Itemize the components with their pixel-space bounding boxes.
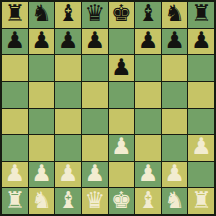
black-pawn-piece: ♟ — [111, 56, 132, 79]
square-a8[interactable]: ♜ — [2, 2, 28, 28]
white-bishop-piece: ♝ — [58, 189, 79, 212]
square-e1[interactable]: ♚ — [109, 188, 135, 214]
square-d7[interactable]: ♟ — [82, 29, 108, 55]
white-pawn-piece: ♟ — [58, 162, 79, 185]
black-pawn-piece: ♟ — [31, 29, 52, 52]
black-bishop-piece: ♝ — [138, 2, 159, 25]
square-f8[interactable]: ♝ — [135, 2, 161, 28]
square-g3[interactable] — [162, 135, 188, 161]
square-f3[interactable] — [135, 135, 161, 161]
black-king-piece: ♚ — [111, 2, 132, 25]
square-b2[interactable]: ♟ — [29, 162, 55, 188]
square-d3[interactable] — [82, 135, 108, 161]
white-bishop-piece: ♝ — [138, 189, 159, 212]
square-b8[interactable]: ♞ — [29, 2, 55, 28]
square-e5[interactable] — [109, 82, 135, 108]
square-a4[interactable] — [2, 109, 28, 135]
square-e7[interactable] — [109, 29, 135, 55]
square-g2[interactable]: ♟ — [162, 162, 188, 188]
square-b4[interactable] — [29, 109, 55, 135]
white-pawn-piece: ♟ — [5, 162, 26, 185]
square-h6[interactable] — [188, 55, 214, 81]
square-d4[interactable] — [82, 109, 108, 135]
square-g6[interactable] — [162, 55, 188, 81]
square-c5[interactable] — [55, 82, 81, 108]
black-pawn-piece: ♟ — [84, 29, 105, 52]
black-rook-piece: ♜ — [5, 2, 26, 25]
white-pawn-piece: ♟ — [138, 162, 159, 185]
square-h7[interactable]: ♟ — [188, 29, 214, 55]
square-b6[interactable] — [29, 55, 55, 81]
square-a3[interactable] — [2, 135, 28, 161]
square-c1[interactable]: ♝ — [55, 188, 81, 214]
black-bishop-piece: ♝ — [58, 2, 79, 25]
white-rook-piece: ♜ — [191, 189, 212, 212]
white-queen-piece: ♛ — [84, 189, 105, 212]
white-pawn-piece: ♟ — [31, 162, 52, 185]
square-d5[interactable] — [82, 82, 108, 108]
square-c8[interactable]: ♝ — [55, 2, 81, 28]
square-h1[interactable]: ♜ — [188, 188, 214, 214]
white-pawn-piece: ♟ — [111, 135, 132, 158]
square-b5[interactable] — [29, 82, 55, 108]
square-c6[interactable] — [55, 55, 81, 81]
square-h5[interactable] — [188, 82, 214, 108]
square-h2[interactable] — [188, 162, 214, 188]
square-g4[interactable] — [162, 109, 188, 135]
square-f7[interactable]: ♟ — [135, 29, 161, 55]
square-f5[interactable] — [135, 82, 161, 108]
square-f2[interactable]: ♟ — [135, 162, 161, 188]
white-pawn-piece: ♟ — [164, 162, 185, 185]
black-knight-piece: ♞ — [31, 2, 52, 25]
square-g7[interactable]: ♟ — [162, 29, 188, 55]
square-d6[interactable] — [82, 55, 108, 81]
white-knight-piece: ♞ — [31, 189, 52, 212]
black-pawn-piece: ♟ — [138, 29, 159, 52]
square-c7[interactable]: ♟ — [55, 29, 81, 55]
square-a5[interactable] — [2, 82, 28, 108]
square-d8[interactable]: ♛ — [82, 2, 108, 28]
square-a2[interactable]: ♟ — [2, 162, 28, 188]
square-a1[interactable]: ♜ — [2, 188, 28, 214]
square-e3[interactable]: ♟ — [109, 135, 135, 161]
square-h8[interactable]: ♜ — [188, 2, 214, 28]
square-b1[interactable]: ♞ — [29, 188, 55, 214]
square-h3[interactable]: ♟ — [188, 135, 214, 161]
square-d2[interactable]: ♟ — [82, 162, 108, 188]
square-f4[interactable] — [135, 109, 161, 135]
white-pawn-piece: ♟ — [84, 162, 105, 185]
white-knight-piece: ♞ — [164, 189, 185, 212]
white-rook-piece: ♜ — [5, 189, 26, 212]
square-e8[interactable]: ♚ — [109, 2, 135, 28]
square-b3[interactable] — [29, 135, 55, 161]
square-g5[interactable] — [162, 82, 188, 108]
square-e6[interactable]: ♟ — [109, 55, 135, 81]
square-f1[interactable]: ♝ — [135, 188, 161, 214]
square-f6[interactable] — [135, 55, 161, 81]
square-a7[interactable]: ♟ — [2, 29, 28, 55]
square-c4[interactable] — [55, 109, 81, 135]
black-pawn-piece: ♟ — [164, 29, 185, 52]
square-c2[interactable]: ♟ — [55, 162, 81, 188]
square-c3[interactable] — [55, 135, 81, 161]
white-pawn-piece: ♟ — [191, 135, 212, 158]
white-king-piece: ♚ — [111, 189, 132, 212]
chess-board: ♜♞♝♛♚♝♞♜♟♟♟♟♟♟♟♟♟♟♟♟♟♟♟♟♜♞♝♛♚♝♞♜ — [0, 0, 216, 216]
black-knight-piece: ♞ — [164, 2, 185, 25]
square-e4[interactable] — [109, 109, 135, 135]
square-a6[interactable] — [2, 55, 28, 81]
black-pawn-piece: ♟ — [58, 29, 79, 52]
square-h4[interactable] — [188, 109, 214, 135]
square-e2[interactable] — [109, 162, 135, 188]
square-g8[interactable]: ♞ — [162, 2, 188, 28]
square-d1[interactable]: ♛ — [82, 188, 108, 214]
square-g1[interactable]: ♞ — [162, 188, 188, 214]
square-b7[interactable]: ♟ — [29, 29, 55, 55]
black-pawn-piece: ♟ — [191, 29, 212, 52]
black-pawn-piece: ♟ — [5, 29, 26, 52]
black-rook-piece: ♜ — [191, 2, 212, 25]
black-queen-piece: ♛ — [84, 2, 105, 25]
